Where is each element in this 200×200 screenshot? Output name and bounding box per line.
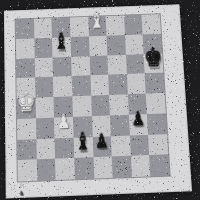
- black-bishop[interactable]: ♝: [73, 127, 93, 155]
- square-b4[interactable]: [35, 97, 54, 118]
- square-h8[interactable]: [142, 14, 161, 34]
- chess-board: ♝♝♚♚♟♟♝♟ ♘ ♞: [4, 4, 192, 198]
- black-pawn[interactable]: ♟: [92, 127, 112, 155]
- square-g7[interactable]: [125, 34, 144, 54]
- square-a1[interactable]: [18, 160, 37, 182]
- square-a4[interactable]: ♚: [17, 98, 36, 119]
- square-b1[interactable]: [36, 159, 55, 181]
- square-b3[interactable]: [36, 117, 55, 138]
- square-f8[interactable]: [106, 16, 125, 36]
- square-g3[interactable]: ♟: [129, 114, 149, 135]
- white-pawn[interactable]: ♟: [54, 108, 73, 136]
- black-bishop[interactable]: ♝: [52, 28, 71, 54]
- square-b5[interactable]: [35, 77, 54, 98]
- square-h6[interactable]: ♚: [144, 53, 163, 73]
- square-a6[interactable]: [16, 58, 35, 79]
- square-a2[interactable]: [17, 139, 36, 161]
- square-b7[interactable]: [34, 37, 53, 57]
- photo-frame: ♝♝♚♚♟♟♝♟ ♘ ♞: [0, 0, 200, 200]
- square-c7[interactable]: ♝: [52, 37, 71, 57]
- square-b8[interactable]: [34, 18, 53, 38]
- square-d7[interactable]: [70, 36, 89, 56]
- square-c1[interactable]: [55, 158, 75, 180]
- square-e1[interactable]: [93, 157, 113, 179]
- square-f1[interactable]: [112, 156, 132, 178]
- square-e8[interactable]: ♝: [88, 16, 107, 36]
- square-f3[interactable]: [110, 115, 130, 136]
- square-e7[interactable]: [88, 35, 107, 55]
- square-b2[interactable]: [36, 138, 55, 160]
- square-g5[interactable]: [127, 73, 146, 94]
- white-bishop[interactable]: ♝: [87, 8, 106, 34]
- square-a3[interactable]: [17, 118, 36, 139]
- square-h3[interactable]: [147, 113, 167, 134]
- square-d5[interactable]: [72, 76, 91, 97]
- square-g1[interactable]: [131, 155, 151, 177]
- square-d8[interactable]: [70, 17, 89, 37]
- square-d1[interactable]: [74, 157, 94, 179]
- black-king[interactable]: ♚: [143, 44, 163, 71]
- square-c5[interactable]: [53, 76, 72, 97]
- square-f7[interactable]: [107, 35, 126, 55]
- square-d2[interactable]: ♝: [73, 137, 93, 159]
- square-f4[interactable]: [109, 94, 128, 115]
- square-a7[interactable]: [16, 38, 35, 58]
- square-c6[interactable]: [53, 56, 72, 77]
- square-h5[interactable]: [145, 73, 165, 94]
- square-c3[interactable]: ♟: [54, 117, 73, 138]
- square-e6[interactable]: [89, 55, 108, 75]
- square-f2[interactable]: [111, 135, 131, 157]
- stamp-logo-icon: ♞: [15, 190, 29, 197]
- square-d6[interactable]: [71, 56, 90, 77]
- square-g8[interactable]: [124, 15, 143, 35]
- square-a8[interactable]: [16, 19, 34, 39]
- square-e2[interactable]: ♟: [92, 136, 112, 158]
- maker-stamp: ♘ ♞: [15, 184, 30, 198]
- square-b6[interactable]: [34, 57, 53, 78]
- square-f5[interactable]: [108, 74, 127, 95]
- black-pawn[interactable]: ♟: [128, 105, 148, 133]
- square-h2[interactable]: [148, 134, 168, 156]
- square-h1[interactable]: [150, 155, 170, 177]
- square-g6[interactable]: [126, 54, 145, 74]
- board-grid: ♝♝♚♚♟♟♝♟: [16, 14, 170, 181]
- white-king[interactable]: ♚: [17, 89, 36, 116]
- square-c2[interactable]: [55, 137, 74, 159]
- square-e4[interactable]: [91, 95, 110, 116]
- square-f6[interactable]: [107, 54, 126, 74]
- square-e5[interactable]: [90, 75, 109, 96]
- square-d4[interactable]: [72, 96, 91, 117]
- square-g2[interactable]: [130, 134, 150, 156]
- square-h4[interactable]: [146, 93, 166, 114]
